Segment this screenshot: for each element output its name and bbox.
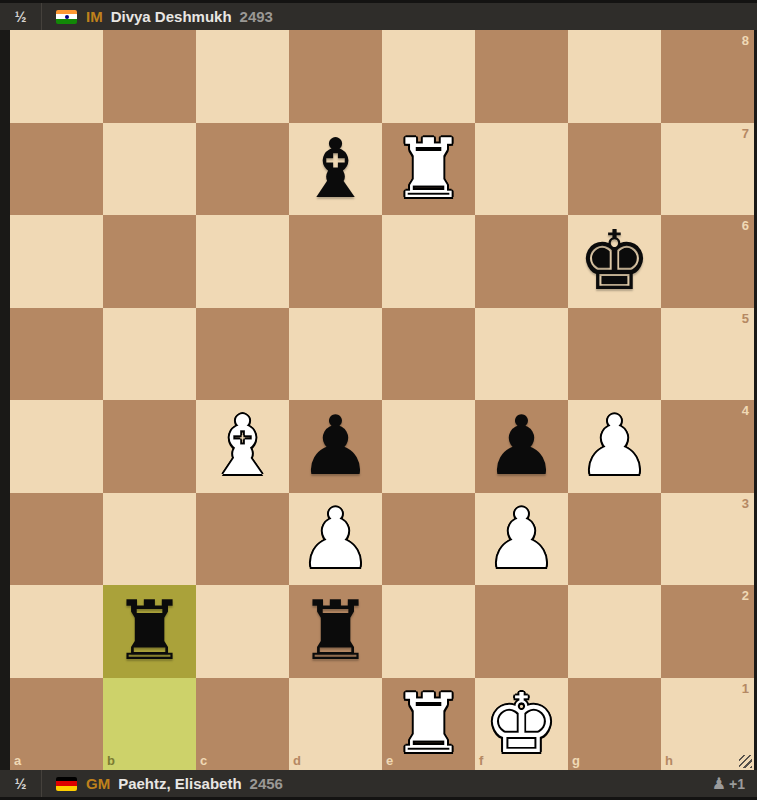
piece-black-pawn[interactable]: ♟ [475, 400, 568, 493]
square-a4[interactable] [10, 400, 103, 493]
square-d8[interactable] [289, 30, 382, 123]
piece-white-pawn[interactable]: ♟ [475, 493, 568, 586]
square-h7[interactable]: 7 [661, 123, 754, 216]
top-player-rating: 2493 [240, 8, 273, 25]
top-player-name: Divya Deshmukh [111, 8, 232, 25]
square-d6[interactable] [289, 215, 382, 308]
square-d4[interactable]: ♟ [289, 400, 382, 493]
file-label-b: b [107, 754, 115, 767]
square-h6[interactable]: 6 [661, 215, 754, 308]
square-h3[interactable]: 3 [661, 493, 754, 586]
top-player-score: ½ [0, 3, 42, 30]
square-e2[interactable] [382, 585, 475, 678]
square-e3[interactable] [382, 493, 475, 586]
board-resize-handle[interactable] [739, 755, 752, 768]
square-f1[interactable]: f♚ [475, 678, 568, 771]
bottom-player-score: ½ [0, 770, 42, 797]
india-flag-icon [56, 10, 77, 24]
square-e7[interactable]: ♜ [382, 123, 475, 216]
piece-black-bishop[interactable]: ♝ [289, 123, 382, 216]
square-b1[interactable]: b [103, 678, 196, 771]
square-f5[interactable] [475, 308, 568, 401]
square-f7[interactable] [475, 123, 568, 216]
square-b5[interactable] [103, 308, 196, 401]
square-f6[interactable] [475, 215, 568, 308]
square-c1[interactable]: c [196, 678, 289, 771]
rank-label-1: 1 [742, 682, 749, 695]
square-e4[interactable] [382, 400, 475, 493]
germany-flag-icon [56, 777, 77, 791]
square-a5[interactable] [10, 308, 103, 401]
material-advantage: ♟ +1 [712, 776, 745, 792]
top-player-title: IM [86, 8, 103, 25]
square-e1[interactable]: e♜ [382, 678, 475, 771]
square-d2[interactable]: ♜ [289, 585, 382, 678]
square-c4[interactable]: ♝ [196, 400, 289, 493]
bottom-player-rating: 2456 [250, 775, 283, 792]
bottom-player-name: Paehtz, Elisabeth [118, 775, 241, 792]
piece-white-rook[interactable]: ♜ [382, 123, 475, 216]
square-a2[interactable] [10, 585, 103, 678]
square-b3[interactable] [103, 493, 196, 586]
piece-white-bishop[interactable]: ♝ [196, 400, 289, 493]
file-label-h: h [665, 754, 673, 767]
square-e5[interactable] [382, 308, 475, 401]
square-d3[interactable]: ♟ [289, 493, 382, 586]
square-c5[interactable] [196, 308, 289, 401]
rank-label-7: 7 [742, 127, 749, 140]
square-g6[interactable]: ♚ [568, 215, 661, 308]
square-b8[interactable] [103, 30, 196, 123]
square-g7[interactable] [568, 123, 661, 216]
square-h8[interactable]: 8 [661, 30, 754, 123]
piece-black-rook[interactable]: ♜ [103, 585, 196, 678]
square-f4[interactable]: ♟ [475, 400, 568, 493]
square-g3[interactable] [568, 493, 661, 586]
piece-white-king[interactable]: ♚ [475, 678, 568, 771]
piece-white-pawn[interactable]: ♟ [289, 493, 382, 586]
pawn-icon: ♟ [712, 776, 726, 792]
square-h2[interactable]: 2 [661, 585, 754, 678]
square-c6[interactable] [196, 215, 289, 308]
square-f3[interactable]: ♟ [475, 493, 568, 586]
square-a8[interactable] [10, 30, 103, 123]
square-b4[interactable] [103, 400, 196, 493]
square-h4[interactable]: 4 [661, 400, 754, 493]
bottom-player-title: GM [86, 775, 110, 792]
square-a1[interactable]: a [10, 678, 103, 771]
square-f8[interactable] [475, 30, 568, 123]
square-d7[interactable]: ♝ [289, 123, 382, 216]
file-label-c: c [200, 754, 207, 767]
square-c8[interactable] [196, 30, 289, 123]
square-c3[interactable] [196, 493, 289, 586]
square-g8[interactable] [568, 30, 661, 123]
square-a7[interactable] [10, 123, 103, 216]
piece-black-king[interactable]: ♚ [568, 215, 661, 308]
square-e6[interactable] [382, 215, 475, 308]
square-g5[interactable] [568, 308, 661, 401]
square-c2[interactable] [196, 585, 289, 678]
square-c7[interactable] [196, 123, 289, 216]
piece-white-pawn[interactable]: ♟ [568, 400, 661, 493]
file-label-a: a [14, 754, 21, 767]
file-label-d: d [293, 754, 301, 767]
square-h5[interactable]: 5 [661, 308, 754, 401]
square-d5[interactable] [289, 308, 382, 401]
file-label-g: g [572, 754, 580, 767]
rank-label-5: 5 [742, 312, 749, 325]
square-e8[interactable] [382, 30, 475, 123]
square-g2[interactable] [568, 585, 661, 678]
rank-label-2: 2 [742, 589, 749, 602]
piece-black-pawn[interactable]: ♟ [289, 400, 382, 493]
square-d1[interactable]: d [289, 678, 382, 771]
square-a6[interactable] [10, 215, 103, 308]
top-player-bar: ½ IM Divya Deshmukh 2493 [0, 0, 757, 30]
square-g4[interactable]: ♟ [568, 400, 661, 493]
piece-black-rook[interactable]: ♜ [289, 585, 382, 678]
material-advantage-value: +1 [729, 776, 745, 792]
rank-label-6: 6 [742, 219, 749, 232]
bottom-player-bar: ½ GM Paehtz, Elisabeth 2456 ♟ +1 [0, 770, 757, 800]
square-b2[interactable]: ♜ [103, 585, 196, 678]
square-a3[interactable] [10, 493, 103, 586]
square-b6[interactable] [103, 215, 196, 308]
rank-label-8: 8 [742, 34, 749, 47]
rank-label-4: 4 [742, 404, 749, 417]
chess-board: 8♝♜7♚65♝♟♟♟4♟♟3♜♜2abcde♜f♚gh1 [10, 30, 754, 770]
square-f2[interactable] [475, 585, 568, 678]
rank-label-3: 3 [742, 497, 749, 510]
square-g1[interactable]: g [568, 678, 661, 771]
square-b7[interactable] [103, 123, 196, 216]
piece-white-rook[interactable]: ♜ [382, 678, 475, 771]
